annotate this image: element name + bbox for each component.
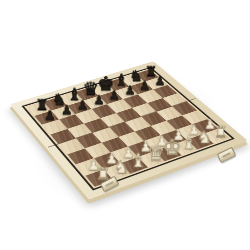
white-rook[interactable]: ♜ bbox=[214, 125, 228, 140]
black-pawn[interactable]: ♟ bbox=[44, 109, 56, 122]
black-pawn[interactable]: ♟ bbox=[61, 104, 73, 117]
white-queen[interactable]: ♛ bbox=[146, 143, 164, 163]
black-pawn[interactable]: ♟ bbox=[139, 79, 150, 91]
white-knight[interactable]: ♞ bbox=[113, 159, 129, 177]
black-pawn[interactable]: ♟ bbox=[109, 89, 120, 102]
product-photo-scene: ♜♞♝♛♚♝♞♜♟♟♟♟♟♟♟♟♟♟♟♟♟♟♟♟♜♞♝♛♚♝♞♜ bbox=[0, 0, 250, 250]
white-king[interactable]: ♚ bbox=[163, 136, 182, 157]
black-pawn[interactable]: ♟ bbox=[124, 84, 135, 96]
white-knight[interactable]: ♞ bbox=[197, 129, 212, 146]
black-pawn[interactable]: ♟ bbox=[154, 75, 165, 87]
black-pawn[interactable]: ♟ bbox=[77, 99, 88, 112]
white-bishop[interactable]: ♝ bbox=[130, 152, 147, 170]
black-pawn[interactable]: ♟ bbox=[93, 94, 104, 107]
white-bishop[interactable]: ♝ bbox=[181, 134, 197, 152]
